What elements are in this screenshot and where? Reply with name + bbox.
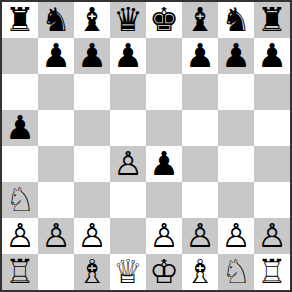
square-h4[interactable] <box>254 146 290 182</box>
square-a1[interactable]: ♖ <box>2 254 38 290</box>
piece-black-king: ♚ <box>146 2 182 38</box>
square-f4[interactable] <box>182 146 218 182</box>
square-f7[interactable]: ♟ <box>182 38 218 74</box>
piece-white-knight: ♘ <box>218 254 254 290</box>
square-a3[interactable]: ♘ <box>2 182 38 218</box>
square-h3[interactable] <box>254 182 290 218</box>
square-h5[interactable] <box>254 110 290 146</box>
square-e8[interactable]: ♚ <box>146 2 182 38</box>
square-a8[interactable]: ♜ <box>2 2 38 38</box>
piece-black-pawn: ♟ <box>182 38 218 74</box>
piece-black-queen: ♛ <box>110 2 146 38</box>
square-g2[interactable]: ♙ <box>218 218 254 254</box>
square-b5[interactable] <box>38 110 74 146</box>
piece-black-rook: ♜ <box>2 2 38 38</box>
square-g7[interactable]: ♟ <box>218 38 254 74</box>
piece-black-pawn: ♟ <box>110 38 146 74</box>
piece-white-rook: ♖ <box>2 254 38 290</box>
square-h6[interactable] <box>254 74 290 110</box>
square-b1[interactable] <box>38 254 74 290</box>
square-f5[interactable] <box>182 110 218 146</box>
square-a5[interactable]: ♟ <box>2 110 38 146</box>
square-b4[interactable] <box>38 146 74 182</box>
square-h7[interactable]: ♟ <box>254 38 290 74</box>
square-d5[interactable] <box>110 110 146 146</box>
square-f3[interactable] <box>182 182 218 218</box>
chess-board: ♜♞♝♛♚♝♞♜♟♟♟♟♟♟♟♙♟♘♙♙♙♙♙♙♙♖♗♕♔♗♘♖ <box>2 2 290 290</box>
square-d6[interactable] <box>110 74 146 110</box>
piece-white-pawn: ♙ <box>254 218 290 254</box>
square-c8[interactable]: ♝ <box>74 2 110 38</box>
piece-black-pawn: ♟ <box>38 38 74 74</box>
square-b7[interactable]: ♟ <box>38 38 74 74</box>
piece-white-knight: ♘ <box>2 182 38 218</box>
piece-white-pawn: ♙ <box>110 146 146 182</box>
square-b6[interactable] <box>38 74 74 110</box>
square-b2[interactable]: ♙ <box>38 218 74 254</box>
square-e1[interactable]: ♔ <box>146 254 182 290</box>
square-e7[interactable] <box>146 38 182 74</box>
square-a7[interactable] <box>2 38 38 74</box>
piece-white-bishop: ♗ <box>182 254 218 290</box>
square-d7[interactable]: ♟ <box>110 38 146 74</box>
square-b8[interactable]: ♞ <box>38 2 74 38</box>
piece-white-queen: ♕ <box>110 254 146 290</box>
square-c5[interactable] <box>74 110 110 146</box>
square-g5[interactable] <box>218 110 254 146</box>
square-c1[interactable]: ♗ <box>74 254 110 290</box>
square-e6[interactable] <box>146 74 182 110</box>
square-e5[interactable] <box>146 110 182 146</box>
square-h8[interactable]: ♜ <box>254 2 290 38</box>
square-c4[interactable] <box>74 146 110 182</box>
square-g8[interactable]: ♞ <box>218 2 254 38</box>
piece-black-bishop: ♝ <box>182 2 218 38</box>
square-a4[interactable] <box>2 146 38 182</box>
piece-white-bishop: ♗ <box>74 254 110 290</box>
piece-black-bishop: ♝ <box>74 2 110 38</box>
square-g6[interactable] <box>218 74 254 110</box>
square-e4[interactable]: ♟ <box>146 146 182 182</box>
square-c6[interactable] <box>74 74 110 110</box>
piece-white-pawn: ♙ <box>38 218 74 254</box>
square-f6[interactable] <box>182 74 218 110</box>
piece-black-pawn: ♟ <box>146 146 182 182</box>
square-d8[interactable]: ♛ <box>110 2 146 38</box>
piece-white-pawn: ♙ <box>218 218 254 254</box>
piece-black-rook: ♜ <box>254 2 290 38</box>
square-a2[interactable]: ♙ <box>2 218 38 254</box>
square-f1[interactable]: ♗ <box>182 254 218 290</box>
piece-white-pawn: ♙ <box>182 218 218 254</box>
square-d3[interactable] <box>110 182 146 218</box>
piece-black-knight: ♞ <box>218 2 254 38</box>
square-f8[interactable]: ♝ <box>182 2 218 38</box>
square-c2[interactable]: ♙ <box>74 218 110 254</box>
square-g4[interactable] <box>218 146 254 182</box>
square-d2[interactable] <box>110 218 146 254</box>
square-c3[interactable] <box>74 182 110 218</box>
square-a6[interactable] <box>2 74 38 110</box>
piece-white-pawn: ♙ <box>74 218 110 254</box>
piece-black-pawn: ♟ <box>254 38 290 74</box>
square-f2[interactable]: ♙ <box>182 218 218 254</box>
piece-black-pawn: ♟ <box>74 38 110 74</box>
piece-white-pawn: ♙ <box>2 218 38 254</box>
chess-board-frame: ♜♞♝♛♚♝♞♜♟♟♟♟♟♟♟♙♟♘♙♙♙♙♙♙♙♖♗♕♔♗♘♖ <box>0 0 292 292</box>
square-d1[interactable]: ♕ <box>110 254 146 290</box>
square-b3[interactable] <box>38 182 74 218</box>
square-h1[interactable]: ♖ <box>254 254 290 290</box>
square-h2[interactable]: ♙ <box>254 218 290 254</box>
square-e3[interactable] <box>146 182 182 218</box>
square-d4[interactable]: ♙ <box>110 146 146 182</box>
piece-white-rook: ♖ <box>254 254 290 290</box>
square-c7[interactable]: ♟ <box>74 38 110 74</box>
piece-white-king: ♔ <box>146 254 182 290</box>
piece-black-pawn: ♟ <box>2 110 38 146</box>
square-g1[interactable]: ♘ <box>218 254 254 290</box>
piece-black-pawn: ♟ <box>218 38 254 74</box>
piece-black-knight: ♞ <box>38 2 74 38</box>
piece-white-pawn: ♙ <box>146 218 182 254</box>
square-g3[interactable] <box>218 182 254 218</box>
square-e2[interactable]: ♙ <box>146 218 182 254</box>
